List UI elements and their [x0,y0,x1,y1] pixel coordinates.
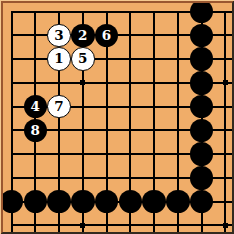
black-stone [190,166,214,190]
move-number-label: 1 [54,52,63,66]
stones-layer: 12345678 [0,0,234,234]
star-point [80,223,85,228]
black-stone [190,24,214,48]
black-stone [119,190,143,214]
move-number-label: 5 [78,52,87,66]
black-stone [190,95,214,119]
black-stone [166,190,190,214]
white-stone-move-3: 3 [47,24,71,48]
move-number-label: 2 [78,29,87,43]
black-stone-move-6: 6 [95,24,119,48]
black-stone [142,190,166,214]
black-stone-move-4: 4 [24,95,48,119]
black-stone [95,190,119,214]
move-number-label: 7 [54,100,63,114]
black-stone [190,119,214,143]
black-stone [0,190,23,214]
black-stone-move-2: 2 [71,24,95,48]
black-stone [47,190,71,214]
star-point [223,80,228,85]
black-stone [71,190,95,214]
star-point [223,223,228,228]
black-stone [190,47,214,71]
black-stone [190,0,214,23]
white-stone-move-5: 5 [71,47,95,71]
move-number-label: 3 [54,29,63,43]
black-stone [190,71,214,95]
go-board: 12345678 [0,0,234,234]
move-number-label: 4 [31,100,40,114]
black-stone [190,190,214,214]
star-point [80,80,85,85]
move-number-label: 8 [31,124,40,138]
white-stone-move-7: 7 [47,95,71,119]
white-stone-move-1: 1 [47,47,71,71]
black-stone [190,142,214,166]
move-number-label: 6 [102,29,111,43]
black-stone [24,190,48,214]
black-stone-move-8: 8 [24,119,48,143]
